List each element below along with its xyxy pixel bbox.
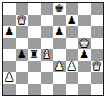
square-d5[interactable] xyxy=(41,38,54,50)
square-d3[interactable] xyxy=(41,61,54,73)
chess-board: ♚♛♟♟♟♚♟♜♝♟♟♟♛♟ xyxy=(2,2,104,96)
square-b8[interactable] xyxy=(16,3,29,15)
square-c6[interactable] xyxy=(28,26,41,38)
square-a2[interactable]: ♟ xyxy=(3,72,16,84)
piece-black-pawn: ♟ xyxy=(4,26,14,37)
piece-black-pawn: ♟ xyxy=(17,49,27,60)
square-b7[interactable]: ♛ xyxy=(16,15,29,27)
square-b3[interactable] xyxy=(16,61,29,73)
square-b2[interactable] xyxy=(16,72,29,84)
piece-white-king: ♚ xyxy=(79,38,89,49)
square-d7[interactable] xyxy=(41,15,54,27)
chess-diagram: ♚♛♟♟♟♚♟♜♝♟♟♟♛♟ xyxy=(2,2,104,96)
square-b5[interactable] xyxy=(16,38,29,50)
square-c4[interactable]: ♜ xyxy=(28,49,41,61)
square-f1[interactable] xyxy=(66,84,79,96)
square-h8[interactable] xyxy=(91,3,104,15)
piece-white-pawn: ♟ xyxy=(67,61,77,72)
piece-black-rook: ♜ xyxy=(29,49,39,60)
square-f5[interactable] xyxy=(66,38,79,50)
square-d6[interactable] xyxy=(41,26,54,38)
square-d1[interactable] xyxy=(41,84,54,96)
square-d8[interactable] xyxy=(41,3,54,15)
square-g7[interactable] xyxy=(78,15,91,27)
square-g4[interactable]: ♟ xyxy=(78,49,91,61)
square-g3[interactable] xyxy=(78,61,91,73)
piece-black-king: ♚ xyxy=(54,3,64,14)
square-b6[interactable] xyxy=(16,26,29,38)
square-c7[interactable] xyxy=(28,15,41,27)
piece-white-bishop: ♝ xyxy=(42,49,52,60)
square-f3[interactable]: ♟ xyxy=(66,61,79,73)
square-a1[interactable] xyxy=(3,84,16,96)
square-e6[interactable]: ♟ xyxy=(53,26,66,38)
piece-white-queen: ♛ xyxy=(92,61,102,72)
square-a5[interactable] xyxy=(3,38,16,50)
square-a6[interactable]: ♟ xyxy=(3,26,16,38)
square-g5[interactable]: ♚ xyxy=(78,38,91,50)
piece-black-pawn: ♟ xyxy=(54,26,64,37)
square-a7[interactable] xyxy=(3,15,16,27)
piece-white-queen: ♛ xyxy=(17,15,27,26)
square-a4[interactable] xyxy=(3,49,16,61)
square-e8[interactable]: ♚ xyxy=(53,3,66,15)
square-h6[interactable] xyxy=(91,26,104,38)
square-e4[interactable] xyxy=(53,49,66,61)
square-c2[interactable] xyxy=(28,72,41,84)
square-g8[interactable] xyxy=(78,3,91,15)
piece-black-pawn: ♟ xyxy=(79,49,89,60)
square-f2[interactable] xyxy=(66,72,79,84)
square-e5[interactable] xyxy=(53,38,66,50)
square-a3[interactable] xyxy=(3,61,16,73)
square-f8[interactable] xyxy=(66,3,79,15)
square-h5[interactable] xyxy=(91,38,104,50)
square-h2[interactable] xyxy=(91,72,104,84)
square-g1[interactable] xyxy=(78,84,91,96)
square-h1[interactable] xyxy=(91,84,104,96)
square-e2[interactable] xyxy=(53,72,66,84)
piece-white-pawn: ♟ xyxy=(54,61,64,72)
square-c8[interactable] xyxy=(28,3,41,15)
square-f4[interactable] xyxy=(66,49,79,61)
square-b1[interactable] xyxy=(16,84,29,96)
square-g2[interactable] xyxy=(78,72,91,84)
square-f7[interactable]: ♟ xyxy=(66,15,79,27)
square-e1[interactable] xyxy=(53,84,66,96)
square-c3[interactable] xyxy=(28,61,41,73)
square-h4[interactable] xyxy=(91,49,104,61)
square-h3[interactable]: ♛ xyxy=(91,61,104,73)
square-g6[interactable] xyxy=(78,26,91,38)
square-d2[interactable] xyxy=(41,72,54,84)
square-c5[interactable] xyxy=(28,38,41,50)
square-d4[interactable]: ♝ xyxy=(41,49,54,61)
piece-black-pawn: ♟ xyxy=(67,15,77,26)
square-b4[interactable]: ♟ xyxy=(16,49,29,61)
square-a8[interactable] xyxy=(3,3,16,15)
square-h7[interactable] xyxy=(91,15,104,27)
square-f6[interactable] xyxy=(66,26,79,38)
square-e3[interactable]: ♟ xyxy=(53,61,66,73)
square-c1[interactable] xyxy=(28,84,41,96)
piece-white-pawn: ♟ xyxy=(4,72,14,83)
square-e7[interactable] xyxy=(53,15,66,27)
